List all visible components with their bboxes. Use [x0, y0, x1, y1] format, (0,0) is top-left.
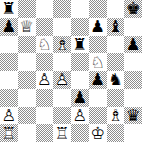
- square-c8[interactable]: [36, 0, 54, 18]
- piece-glyph: ♙: [54, 71, 71, 88]
- piece-glyph: ♞: [107, 71, 124, 88]
- black-pawn[interactable]: ♟: [89, 71, 106, 88]
- square-g7[interactable]: ♝: [107, 18, 125, 36]
- black-pawn[interactable]: ♟: [0, 18, 17, 35]
- square-d3[interactable]: [53, 89, 71, 107]
- square-c3[interactable]: [36, 89, 54, 107]
- square-b8[interactable]: [18, 0, 36, 18]
- square-g1[interactable]: [107, 124, 125, 142]
- square-c2[interactable]: [36, 107, 54, 125]
- square-e5[interactable]: [71, 53, 89, 71]
- square-g2[interactable]: ♝♗: [107, 107, 125, 125]
- piece-glyph: ♟: [0, 18, 17, 35]
- square-d4[interactable]: ♟♙: [53, 71, 71, 89]
- square-f8[interactable]: [89, 0, 107, 18]
- square-d8[interactable]: [53, 0, 71, 18]
- piece-glyph: ♚: [125, 0, 142, 17]
- black-bishop[interactable]: ♝: [107, 18, 124, 35]
- piece-glyph: ♙: [0, 107, 17, 124]
- piece-glyph: ♖: [0, 125, 17, 142]
- white-bishop[interactable]: ♝♗: [54, 36, 71, 53]
- square-b1[interactable]: [18, 124, 36, 142]
- piece-glyph: ♔: [89, 125, 106, 142]
- square-b5[interactable]: [18, 53, 36, 71]
- square-e2[interactable]: ♟♙: [71, 107, 89, 125]
- piece-glyph: ♟: [89, 71, 106, 88]
- square-h5[interactable]: [124, 53, 142, 71]
- square-e3[interactable]: ♟: [71, 89, 89, 107]
- square-d6[interactable]: ♝♗: [53, 36, 71, 54]
- square-f6[interactable]: [89, 36, 107, 54]
- square-a7[interactable]: ♟: [0, 18, 18, 36]
- square-a6[interactable]: [0, 36, 18, 54]
- square-g3[interactable]: [107, 89, 125, 107]
- piece-glyph: ♘: [36, 36, 53, 53]
- piece-glyph: ♟: [71, 89, 88, 106]
- square-e4[interactable]: [71, 71, 89, 89]
- piece-glyph: ♗: [107, 107, 124, 124]
- white-knight[interactable]: ♞♘: [89, 54, 106, 71]
- square-h7[interactable]: [124, 18, 142, 36]
- square-h6[interactable]: ♟: [124, 36, 142, 54]
- black-rook[interactable]: ♜: [0, 0, 17, 17]
- white-pawn[interactable]: ♟♙: [71, 107, 88, 124]
- black-pawn[interactable]: ♟: [71, 89, 88, 106]
- square-f5[interactable]: ♞♘: [89, 53, 107, 71]
- white-rook[interactable]: ♜♖: [0, 125, 17, 142]
- piece-glyph: ♜: [0, 0, 17, 17]
- piece-glyph: ♟: [89, 18, 106, 35]
- piece-glyph: ♙: [71, 107, 88, 124]
- square-c5[interactable]: [36, 53, 54, 71]
- black-queen[interactable]: ♛: [125, 107, 142, 124]
- square-e8[interactable]: [71, 0, 89, 18]
- square-f1[interactable]: ♚♔: [89, 124, 107, 142]
- piece-glyph: ♗: [54, 36, 71, 53]
- white-pawn[interactable]: ♟♙: [54, 71, 71, 88]
- square-h3[interactable]: [124, 89, 142, 107]
- square-d2[interactable]: [53, 107, 71, 125]
- square-h2[interactable]: ♛: [124, 107, 142, 125]
- black-pawn[interactable]: ♟: [89, 18, 106, 35]
- piece-glyph: ♛: [125, 107, 142, 124]
- black-rook[interactable]: ♜: [71, 36, 88, 53]
- square-e1[interactable]: [71, 124, 89, 142]
- square-e7[interactable]: [71, 18, 89, 36]
- black-king[interactable]: ♚: [125, 0, 142, 17]
- chess-board: ♜♚♟♛♕♟♝♞♘♝♗♜♟♞♘♟♙♟♙♟♞♟♟♙♟♙♝♗♛♜♖♜♖♚♔: [0, 0, 142, 142]
- square-f4[interactable]: ♟: [89, 71, 107, 89]
- square-c7[interactable]: [36, 18, 54, 36]
- square-g6[interactable]: [107, 36, 125, 54]
- square-a5[interactable]: [0, 53, 18, 71]
- piece-glyph: ♝: [107, 18, 124, 35]
- square-c1[interactable]: [36, 124, 54, 142]
- piece-glyph: ♙: [36, 71, 53, 88]
- white-rook[interactable]: ♜♖: [54, 125, 71, 142]
- square-h4[interactable]: [124, 71, 142, 89]
- square-a1[interactable]: ♜♖: [0, 124, 18, 142]
- square-b4[interactable]: [18, 71, 36, 89]
- square-f7[interactable]: ♟: [89, 18, 107, 36]
- square-c4[interactable]: ♟♙: [36, 71, 54, 89]
- square-g5[interactable]: [107, 53, 125, 71]
- white-pawn[interactable]: ♟♙: [36, 71, 53, 88]
- square-a4[interactable]: [0, 71, 18, 89]
- square-b3[interactable]: [18, 89, 36, 107]
- piece-glyph: ♜: [71, 36, 88, 53]
- square-e6[interactable]: ♜: [71, 36, 89, 54]
- black-knight[interactable]: ♞: [107, 71, 124, 88]
- white-bishop[interactable]: ♝♗: [107, 107, 124, 124]
- square-a8[interactable]: ♜: [0, 0, 18, 18]
- square-b2[interactable]: [18, 107, 36, 125]
- square-h1[interactable]: [124, 124, 142, 142]
- piece-glyph: ♖: [54, 125, 71, 142]
- square-b6[interactable]: [18, 36, 36, 54]
- square-g4[interactable]: ♞: [107, 71, 125, 89]
- chess-diagram: ♜♚♟♛♕♟♝♞♘♝♗♜♟♞♘♟♙♟♙♟♞♟♟♙♟♙♝♗♛♜♖♜♖♚♔: [0, 0, 142, 142]
- white-king[interactable]: ♚♔: [89, 125, 106, 142]
- piece-glyph: ♕: [18, 18, 35, 35]
- square-d1[interactable]: ♜♖: [53, 124, 71, 142]
- square-f3[interactable]: [89, 89, 107, 107]
- piece-glyph: ♟: [125, 36, 142, 53]
- square-h8[interactable]: ♚: [124, 0, 142, 18]
- black-pawn[interactable]: ♟: [125, 36, 142, 53]
- square-a3[interactable]: [0, 89, 18, 107]
- square-g8[interactable]: [107, 0, 125, 18]
- piece-glyph: ♘: [89, 54, 106, 71]
- white-pawn[interactable]: ♟♙: [0, 107, 17, 124]
- square-b7[interactable]: ♛♕: [18, 18, 36, 36]
- white-queen[interactable]: ♛♕: [18, 18, 35, 35]
- square-d7[interactable]: [53, 18, 71, 36]
- square-d5[interactable]: [53, 53, 71, 71]
- square-f2[interactable]: [89, 107, 107, 125]
- square-c6[interactable]: ♞♘: [36, 36, 54, 54]
- square-a2[interactable]: ♟♙: [0, 107, 18, 125]
- white-knight[interactable]: ♞♘: [36, 36, 53, 53]
